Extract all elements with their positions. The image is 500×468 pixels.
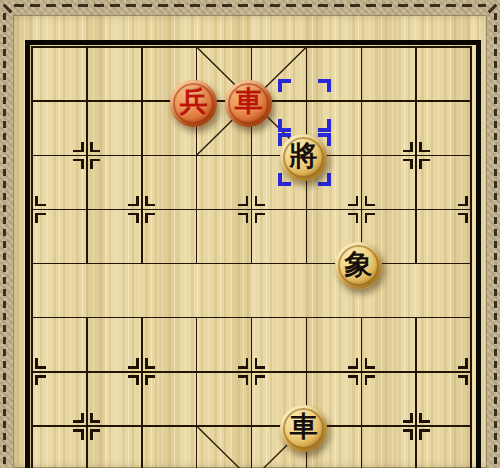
xiangqi-game-screen: 兵車將象車 <box>0 0 500 468</box>
piece-character: 兵 <box>180 88 208 116</box>
piece-black-chariot[interactable]: 車 <box>280 405 327 452</box>
board-overlay: 兵車將象車 <box>0 0 500 468</box>
piece-character: 象 <box>344 251 372 279</box>
piece-character: 車 <box>235 88 263 116</box>
piece-black-general[interactable]: 將 <box>280 134 327 181</box>
piece-character: 將 <box>289 142 317 170</box>
piece-character: 車 <box>289 413 317 441</box>
piece-black-elephant[interactable]: 象 <box>335 242 382 289</box>
piece-red-chariot[interactable]: 車 <box>225 80 272 127</box>
piece-red-soldier[interactable]: 兵 <box>170 80 217 127</box>
last-move-from-marker <box>278 79 331 132</box>
